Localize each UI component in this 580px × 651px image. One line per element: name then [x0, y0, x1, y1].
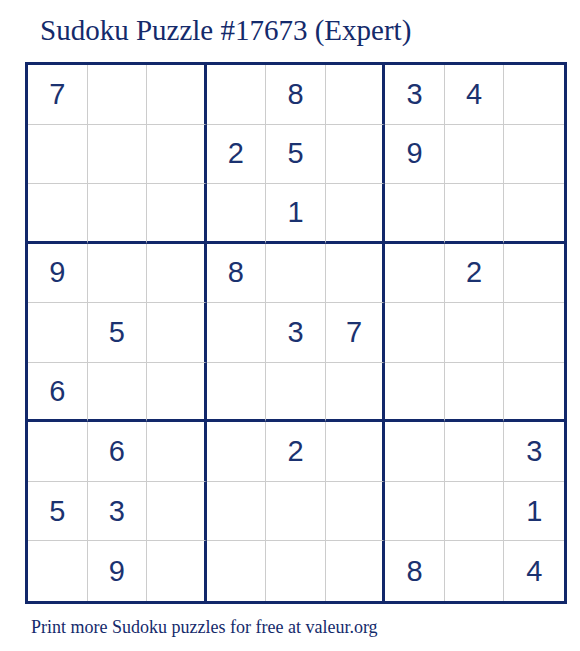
sudoku-cell-r6c2 — [88, 363, 148, 423]
sudoku-cell-r9c3 — [147, 541, 207, 601]
sudoku-cell-r9c4 — [207, 541, 267, 601]
sudoku-cell-r8c4 — [207, 482, 267, 542]
sudoku-cell-r4c4: 8 — [207, 244, 267, 304]
sudoku-cell-r4c9 — [504, 244, 564, 304]
sudoku-cell-r6c7 — [385, 363, 445, 423]
sudoku-cell-r3c4 — [207, 184, 267, 244]
sudoku-cell-r5c1 — [28, 303, 88, 363]
sudoku-cell-r9c9: 4 — [504, 541, 564, 601]
sudoku-cell-r5c2: 5 — [88, 303, 148, 363]
sudoku-cell-r9c1 — [28, 541, 88, 601]
sudoku-cell-r3c1 — [28, 184, 88, 244]
sudoku-cell-r1c1: 7 — [28, 65, 88, 125]
sudoku-cell-r4c2 — [88, 244, 148, 304]
sudoku-cell-r8c1: 5 — [28, 482, 88, 542]
sudoku-cell-r7c8 — [445, 422, 505, 482]
sudoku-cell-r5c4 — [207, 303, 267, 363]
sudoku-cell-r2c5: 5 — [266, 125, 326, 185]
sudoku-cell-r9c5 — [266, 541, 326, 601]
sudoku-cell-r2c9 — [504, 125, 564, 185]
sudoku-cell-r6c8 — [445, 363, 505, 423]
sudoku-board: 783425919825376623531984 — [25, 62, 567, 604]
sudoku-cell-r1c3 — [147, 65, 207, 125]
sudoku-cell-r1c4 — [207, 65, 267, 125]
sudoku-cell-r2c6 — [326, 125, 386, 185]
sudoku-cell-r6c3 — [147, 363, 207, 423]
sudoku-cell-r4c8: 2 — [445, 244, 505, 304]
sudoku-cell-r7c9: 3 — [504, 422, 564, 482]
sudoku-cell-r6c1: 6 — [28, 363, 88, 423]
sudoku-cell-r4c6 — [326, 244, 386, 304]
sudoku-cell-r6c5 — [266, 363, 326, 423]
sudoku-cell-r3c3 — [147, 184, 207, 244]
sudoku-cell-r2c1 — [28, 125, 88, 185]
sudoku-cell-r2c3 — [147, 125, 207, 185]
sudoku-cell-r9c2: 9 — [88, 541, 148, 601]
sudoku-cell-r7c4 — [207, 422, 267, 482]
sudoku-cell-r3c8 — [445, 184, 505, 244]
sudoku-cell-r8c9: 1 — [504, 482, 564, 542]
sudoku-cell-r2c2 — [88, 125, 148, 185]
sudoku-cell-r8c3 — [147, 482, 207, 542]
sudoku-cell-r4c5 — [266, 244, 326, 304]
sudoku-cell-r6c4 — [207, 363, 267, 423]
sudoku-cell-r4c1: 9 — [28, 244, 88, 304]
sudoku-cell-r1c7: 3 — [385, 65, 445, 125]
sudoku-cell-r1c8: 4 — [445, 65, 505, 125]
sudoku-cell-r5c7 — [385, 303, 445, 363]
sudoku-cell-r5c3 — [147, 303, 207, 363]
sudoku-cell-r2c4: 2 — [207, 125, 267, 185]
sudoku-cell-r1c2 — [88, 65, 148, 125]
sudoku-cell-r9c7: 8 — [385, 541, 445, 601]
sudoku-cell-r6c6 — [326, 363, 386, 423]
sudoku-cell-r5c8 — [445, 303, 505, 363]
sudoku-cell-r7c1 — [28, 422, 88, 482]
sudoku-cell-r3c5: 1 — [266, 184, 326, 244]
sudoku-cell-r1c9 — [504, 65, 564, 125]
sudoku-cell-r8c8 — [445, 482, 505, 542]
sudoku-cell-r1c5: 8 — [266, 65, 326, 125]
sudoku-cell-r8c6 — [326, 482, 386, 542]
sudoku-cell-r9c6 — [326, 541, 386, 601]
sudoku-cell-r9c8 — [445, 541, 505, 601]
sudoku-cell-r7c2: 6 — [88, 422, 148, 482]
sudoku-cell-r3c9 — [504, 184, 564, 244]
sudoku-cell-r5c5: 3 — [266, 303, 326, 363]
sudoku-cell-r7c5: 2 — [266, 422, 326, 482]
sudoku-cell-r4c3 — [147, 244, 207, 304]
sudoku-cell-r3c7 — [385, 184, 445, 244]
sudoku-cell-r3c2 — [88, 184, 148, 244]
sudoku-cell-r4c7 — [385, 244, 445, 304]
page-title: Sudoku Puzzle #17673 (Expert) — [40, 14, 411, 47]
sudoku-cell-r8c7 — [385, 482, 445, 542]
sudoku-cell-r3c6 — [326, 184, 386, 244]
sudoku-cell-r6c9 — [504, 363, 564, 423]
sudoku-cell-r2c7: 9 — [385, 125, 445, 185]
sudoku-cell-r8c2: 3 — [88, 482, 148, 542]
sudoku-cell-r5c6: 7 — [326, 303, 386, 363]
sudoku-cell-r7c3 — [147, 422, 207, 482]
sudoku-cell-r7c6 — [326, 422, 386, 482]
sudoku-cell-r5c9 — [504, 303, 564, 363]
sudoku-cell-r8c5 — [266, 482, 326, 542]
sudoku-cell-r1c6 — [326, 65, 386, 125]
sudoku-cell-r7c7 — [385, 422, 445, 482]
footer-text: Print more Sudoku puzzles for free at va… — [31, 616, 378, 638]
sudoku-cell-r2c8 — [445, 125, 505, 185]
